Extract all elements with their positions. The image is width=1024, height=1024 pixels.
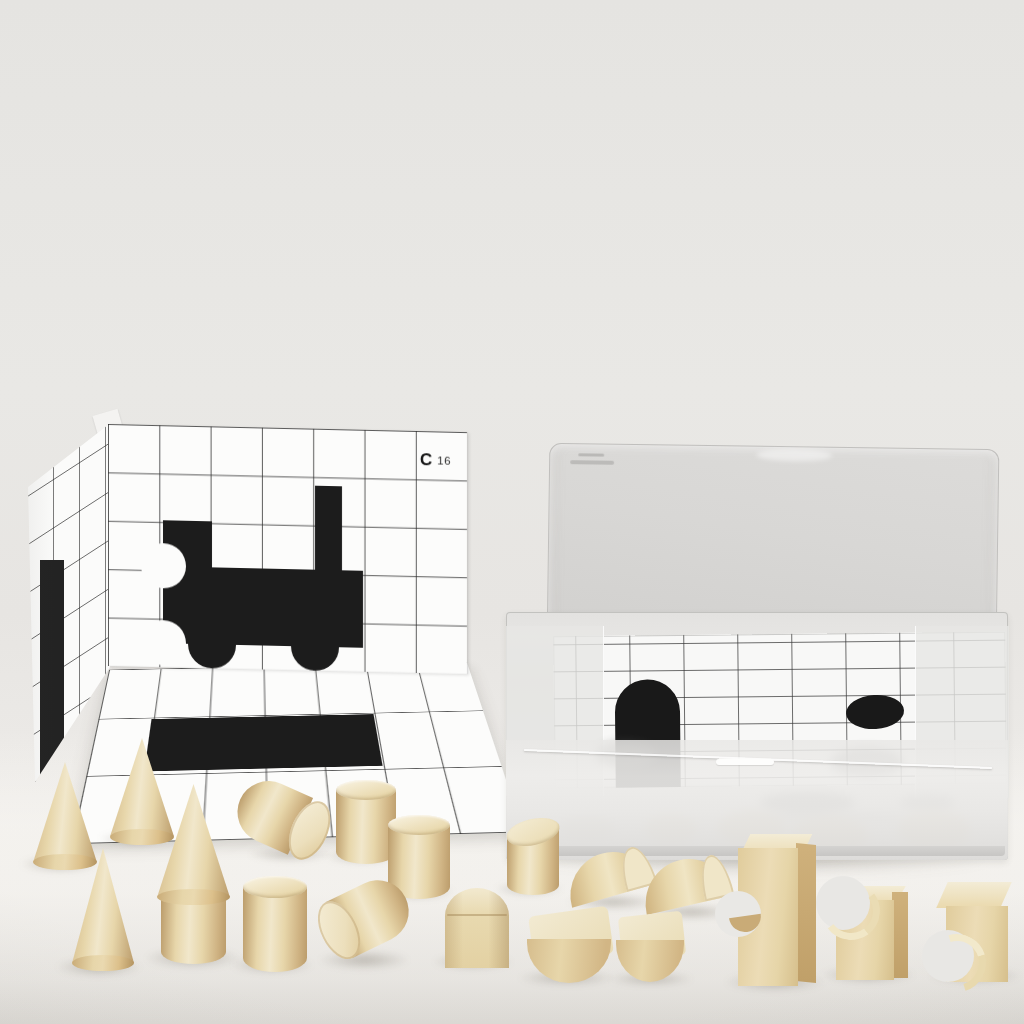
block-cove-top xyxy=(834,884,910,982)
halfcylinder-seam xyxy=(447,914,507,916)
block-cove-bottom xyxy=(938,882,1014,982)
block-cone-3 xyxy=(72,848,134,972)
loco-chimney xyxy=(315,486,342,579)
card-label-number: 16 xyxy=(437,451,451,467)
lid-print-line2 xyxy=(570,460,614,465)
cylinder-body xyxy=(243,887,307,972)
block-cylinder-upright-2 xyxy=(336,780,396,864)
floor-footprint-bar xyxy=(144,714,382,771)
cylinder-top xyxy=(243,876,307,898)
curved-underside xyxy=(616,940,684,982)
block-halfcylinder-upright xyxy=(445,888,509,968)
cylinder-top xyxy=(336,780,396,800)
loco-corner-notch xyxy=(141,620,186,666)
card-back-wall: C 16 xyxy=(108,424,467,674)
block-halfcylinder-facedown-2 xyxy=(616,910,688,984)
plan-cylinder-dot xyxy=(845,693,905,731)
cylinder-top xyxy=(388,815,450,835)
cone-base xyxy=(72,955,134,971)
column-right-face xyxy=(796,843,816,983)
box-tray xyxy=(506,612,1008,860)
curved-underside xyxy=(527,939,611,983)
loco-wheel-left xyxy=(188,644,236,669)
cone-body xyxy=(157,784,230,897)
cylinder-body xyxy=(336,790,396,864)
card-label: C 16 xyxy=(420,451,466,474)
studio-photo-scene: C 16 xyxy=(0,0,1024,1024)
cove-right-face xyxy=(892,892,908,978)
loco-cab-notch xyxy=(141,543,186,589)
box-slot xyxy=(716,759,774,765)
lid-print-line1 xyxy=(578,453,604,456)
lid-thumb-notch xyxy=(756,449,832,462)
block-stack-cone xyxy=(157,784,230,906)
loco-body xyxy=(163,566,363,648)
block-cylinder-upright-1 xyxy=(243,876,307,972)
loco-wheel-right xyxy=(291,646,339,671)
block-notched-column xyxy=(736,834,820,988)
cylinder-body xyxy=(161,896,226,964)
cone-base xyxy=(157,889,230,905)
block-cylinder-diagonal-cut xyxy=(506,817,560,895)
block-stack-cylinder xyxy=(161,896,226,964)
card-label-letter: C xyxy=(420,451,432,468)
cove-top-face xyxy=(936,882,1012,908)
block-halfcylinder-facedown-1 xyxy=(527,905,615,985)
cone-body xyxy=(72,848,134,963)
